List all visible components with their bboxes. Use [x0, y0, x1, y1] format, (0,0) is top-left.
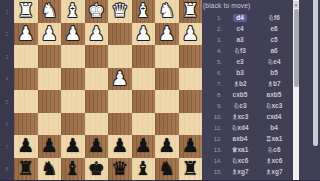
piece-white-pawn: ♟	[17, 24, 34, 43]
piece-black-pawn: ♟	[111, 136, 128, 155]
turn-indicator: (black to move)	[203, 2, 250, 9]
square-e7[interactable]: ♟	[85, 135, 109, 158]
move-black-13[interactable]: ♘c6	[257, 145, 291, 154]
square-f4[interactable]	[61, 68, 85, 91]
piece-black-rook: ♜	[17, 159, 34, 178]
window-scrollbar-sliver[interactable]	[313, 0, 318, 146]
move-white-7[interactable]: ♗b2	[223, 79, 257, 88]
square-c1[interactable]: ♝	[132, 0, 156, 23]
square-b4[interactable]	[155, 68, 179, 91]
square-h8[interactable]: ♜	[14, 158, 38, 181]
up-arrow-icon: ▲	[294, 3, 298, 7]
move-number: 7.	[202, 81, 223, 87]
move-black-3[interactable]: c5	[257, 36, 291, 44]
square-g5[interactable]	[38, 90, 62, 113]
square-d3[interactable]	[108, 45, 132, 68]
chess-board[interactable]: ♜♞♝♚♛♝♞♜♟♟♟♟♟♟♟♟♟♟♟♟♟♟♟♟♜♞♝♚♛♝♞♜	[14, 0, 202, 180]
piece-white-bishop: ♝	[64, 1, 81, 20]
move-white-13[interactable]: ♕xa1	[223, 145, 257, 154]
move-number: 11.	[202, 125, 223, 131]
move-row: 15.♗xg7♗xg7	[202, 166, 292, 177]
piece-white-pawn: ♟	[64, 24, 81, 43]
move-white-8[interactable]: cxb5	[223, 91, 257, 99]
square-g8[interactable]: ♞	[38, 158, 62, 181]
move-row: 11.♘xd4b4	[202, 122, 292, 133]
piece-black-pawn: ♟	[158, 136, 175, 155]
move-row: 12.axb4♖xa1	[202, 133, 292, 144]
square-a4[interactable]	[179, 68, 203, 91]
piece-white-pawn: ♟	[41, 24, 58, 43]
piece-white-pawn: ♟	[135, 24, 152, 43]
square-b6[interactable]	[155, 113, 179, 136]
move-black-7[interactable]: ♗b7	[257, 79, 291, 88]
rank-label: 8	[0, 166, 14, 172]
piece-white-pawn: ♟	[182, 24, 199, 43]
square-d8[interactable]: ♛	[108, 158, 132, 181]
square-h2[interactable]: ♟	[14, 23, 38, 46]
square-e1[interactable]: ♚	[85, 0, 109, 23]
piece-black-pawn: ♟	[17, 136, 34, 155]
move-number: 12.	[202, 136, 223, 142]
piece-white-pawn: ♟	[88, 24, 105, 43]
piece-white-knight: ♞	[158, 1, 175, 20]
square-e8[interactable]: ♚	[85, 158, 109, 181]
rank-label: 3	[0, 54, 14, 60]
square-e6[interactable]	[85, 113, 109, 136]
piece-white-knight: ♞	[41, 1, 58, 20]
move-list[interactable]: 1.d4♘f62.c4e63.a3c54.♘f3a65.e3♘e46.b3b57…	[202, 12, 292, 177]
move-number: 3.	[202, 37, 223, 43]
piece-black-king: ♚	[88, 159, 105, 178]
move-white-5[interactable]: e3	[223, 58, 257, 66]
move-number: 1.	[202, 15, 223, 21]
square-h6[interactable]	[14, 113, 38, 136]
piece-white-pawn: ♟	[111, 69, 128, 88]
square-a2[interactable]: ♟	[179, 23, 203, 46]
square-c7[interactable]: ♟	[132, 135, 156, 158]
rank-label: 1	[0, 9, 14, 15]
rank-label: 4	[0, 76, 14, 82]
piece-white-pawn: ♟	[158, 24, 175, 43]
move-row: 1.d4♘f6	[202, 12, 292, 23]
square-h3[interactable]	[14, 45, 38, 68]
square-a3[interactable]	[179, 45, 203, 68]
move-number: 15.	[202, 169, 223, 175]
square-h1[interactable]: ♜	[14, 0, 38, 23]
piece-black-pawn: ♟	[41, 136, 58, 155]
square-g4[interactable]	[38, 68, 62, 91]
move-black-2[interactable]: e6	[257, 25, 291, 33]
square-b3[interactable]	[155, 45, 179, 68]
square-f8[interactable]: ♝	[61, 158, 85, 181]
square-f6[interactable]	[61, 113, 85, 136]
move-row: 2.c4e6	[202, 23, 292, 34]
square-c8[interactable]: ♝	[132, 158, 156, 181]
move-black-11[interactable]: b4	[257, 124, 291, 132]
square-b5[interactable]	[155, 90, 179, 113]
square-d6[interactable]	[108, 113, 132, 136]
move-black-8[interactable]: axb5	[257, 91, 291, 99]
square-e5[interactable]	[85, 90, 109, 113]
move-number: 6.	[202, 70, 223, 76]
move-white-2[interactable]: c4	[223, 25, 257, 33]
square-d7[interactable]: ♟	[108, 135, 132, 158]
piece-black-queen: ♛	[111, 159, 128, 178]
move-number: 5.	[202, 59, 223, 65]
move-black-12[interactable]: ♖xa1	[257, 134, 291, 143]
piece-black-bishop: ♝	[64, 159, 81, 178]
square-g7[interactable]: ♟	[38, 135, 62, 158]
move-white-10[interactable]: ♗xc3	[223, 112, 257, 121]
move-black-15[interactable]: ♗xg7	[257, 167, 291, 176]
piece-black-knight: ♞	[41, 159, 58, 178]
move-row: 14.♘xc6♗xc6	[202, 155, 292, 166]
move-row: 6.b3b5	[202, 67, 292, 78]
move-white-9[interactable]: ♘c3	[223, 101, 257, 110]
move-number: 9.	[202, 103, 223, 109]
move-white-6[interactable]: b3	[223, 69, 257, 77]
square-d5[interactable]	[108, 90, 132, 113]
move-white-11[interactable]: ♘xd4	[223, 123, 257, 132]
move-row: 5.e3♘e4	[202, 56, 292, 67]
piece-black-pawn: ♟	[88, 136, 105, 155]
square-d2[interactable]	[108, 23, 132, 46]
piece-white-bishop: ♝	[135, 1, 152, 20]
move-number: 4.	[202, 48, 223, 54]
square-e4[interactable]	[85, 68, 109, 91]
square-a7[interactable]: ♟	[179, 135, 203, 158]
move-black-10[interactable]: cxd4	[257, 113, 291, 121]
piece-black-bishop: ♝	[135, 159, 152, 178]
square-g6[interactable]	[38, 113, 62, 136]
rank-label: 5	[0, 99, 14, 105]
left-toolbar: 12345678	[0, 0, 14, 180]
square-f7[interactable]: ♟	[61, 135, 85, 158]
chess-app-window: 12345678 ♜♞♝♚♛♝♞♜♟♟♟♟♟♟♟♟♟♟♟♟♟♟♟♟♜♞♝♚♛♝♞…	[0, 0, 320, 180]
square-a8[interactable]: ♜	[179, 158, 203, 181]
move-number: 2.	[202, 26, 223, 32]
move-row: 10.♗xc3cxd4	[202, 111, 292, 122]
square-c3[interactable]	[132, 45, 156, 68]
piece-white-king: ♚	[88, 1, 105, 20]
move-black-9[interactable]: ♘xc3	[257, 101, 291, 110]
move-number: 14.	[202, 158, 223, 164]
square-g1[interactable]: ♞	[38, 0, 62, 23]
square-g3[interactable]	[38, 45, 62, 68]
square-c4[interactable]	[132, 68, 156, 91]
square-c6[interactable]	[132, 113, 156, 136]
move-white-1[interactable]: d4	[223, 14, 257, 22]
square-f3[interactable]	[61, 45, 85, 68]
piece-black-knight: ♞	[158, 159, 175, 178]
move-white-15[interactable]: ♗xg7	[223, 167, 257, 176]
square-a6[interactable]	[179, 113, 203, 136]
move-number: 10.	[202, 114, 223, 120]
move-white-14[interactable]: ♘xc6	[223, 156, 257, 165]
scrollbar-up-button[interactable]: ▲	[293, 1, 299, 8]
move-number: 13.	[202, 147, 223, 153]
square-b1[interactable]: ♞	[155, 0, 179, 23]
piece-white-rook: ♜	[182, 1, 199, 20]
square-h5[interactable]	[14, 90, 38, 113]
move-black-14[interactable]: ♗xc6	[257, 156, 291, 165]
square-c2[interactable]: ♟	[132, 23, 156, 46]
square-a5[interactable]	[179, 90, 203, 113]
square-d4[interactable]: ♟	[108, 68, 132, 91]
move-black-1[interactable]: ♘f6	[257, 13, 291, 22]
piece-black-pawn: ♟	[182, 136, 199, 155]
square-g2[interactable]: ♟	[38, 23, 62, 46]
square-a1[interactable]: ♜	[179, 0, 203, 23]
movelist-scrollbar-thumb[interactable]	[294, 9, 299, 87]
square-b2[interactable]: ♟	[155, 23, 179, 46]
square-f2[interactable]: ♟	[61, 23, 85, 46]
square-h4[interactable]	[14, 68, 38, 91]
rank-label: 7	[0, 144, 14, 150]
move-row: 9.♘c3♘xc3	[202, 100, 292, 111]
piece-white-rook: ♜	[17, 1, 34, 20]
square-h7[interactable]: ♟	[14, 135, 38, 158]
move-black-4[interactable]: a6	[257, 47, 291, 55]
move-row: 7.♗b2♗b7	[202, 78, 292, 89]
square-e2[interactable]: ♟	[85, 23, 109, 46]
rank-label: 2	[0, 31, 14, 37]
move-row: 4.♘f3a6	[202, 45, 292, 56]
square-b7[interactable]: ♟	[155, 135, 179, 158]
square-d1[interactable]: ♛	[108, 0, 132, 23]
square-b8[interactable]: ♞	[155, 158, 179, 181]
piece-black-rook: ♜	[182, 159, 199, 178]
piece-white-queen: ♛	[111, 1, 128, 20]
square-f5[interactable]	[61, 90, 85, 113]
move-white-4[interactable]: ♘f3	[223, 46, 257, 55]
rank-label: 6	[0, 121, 14, 127]
move-row: 3.a3c5	[202, 34, 292, 45]
move-row: 8.cxb5axb5	[202, 89, 292, 100]
move-white-3[interactable]: a3	[223, 36, 257, 44]
move-number: 8.	[202, 92, 223, 98]
square-e3[interactable]	[85, 45, 109, 68]
move-white-12[interactable]: axb4	[223, 135, 257, 143]
square-c5[interactable]	[132, 90, 156, 113]
piece-black-pawn: ♟	[135, 136, 152, 155]
square-f1[interactable]: ♝	[61, 0, 85, 23]
piece-black-pawn: ♟	[64, 136, 81, 155]
move-black-6[interactable]: b5	[257, 69, 291, 77]
move-row: 13.♕xa1♘c6	[202, 144, 292, 155]
move-black-5[interactable]: ♘e4	[257, 57, 291, 66]
